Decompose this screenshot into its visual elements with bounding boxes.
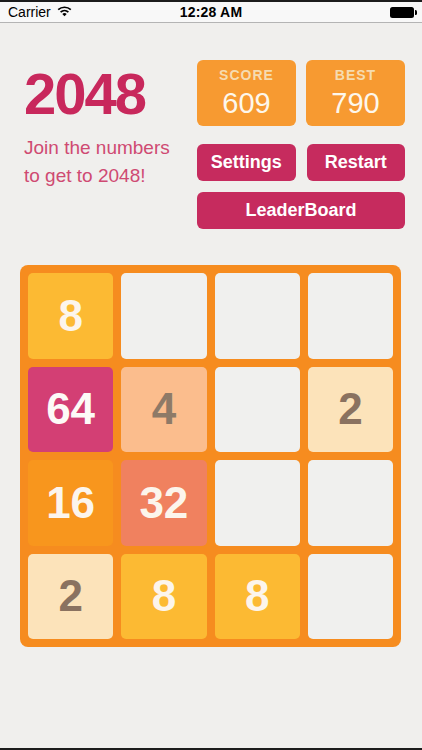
leaderboard-button[interactable]: LeaderBoard — [197, 192, 405, 229]
tile-8-r4c2: 8 — [121, 554, 206, 640]
tagline: Join the numbers to get to 2048! — [24, 134, 170, 190]
score-value: 609 — [222, 87, 270, 120]
best-box: BEST 790 — [306, 60, 405, 126]
tagline-line1: Join the numbers — [24, 134, 170, 162]
tile-8-r1c1: 8 — [28, 273, 113, 359]
header-controls: SCORE 609 BEST 790 Settings Restart Lead… — [197, 60, 405, 229]
best-value: 790 — [331, 87, 379, 120]
empty-cell-r4c4 — [308, 554, 393, 640]
wifi-icon — [56, 6, 73, 18]
tile-2-r2c4: 2 — [308, 367, 393, 453]
tagline-line2: to get to 2048! — [24, 162, 170, 190]
tile-2-r4c1: 2 — [28, 554, 113, 640]
clock: 12:28 AM — [138, 4, 284, 20]
carrier-label: Carrier — [8, 4, 51, 20]
best-label: BEST — [335, 67, 376, 83]
battery-icon — [390, 7, 414, 18]
tile-16-r3c1: 16 — [28, 460, 113, 546]
restart-button[interactable]: Restart — [307, 144, 406, 181]
score-box: SCORE 609 — [197, 60, 296, 126]
empty-cell-r2c3 — [215, 367, 300, 453]
tile-4-r2c2: 4 — [121, 367, 206, 453]
tile-8-r4c3: 8 — [215, 554, 300, 640]
score-label: SCORE — [219, 67, 274, 83]
tile-32-r3c2: 32 — [121, 460, 206, 546]
empty-cell-r1c3 — [215, 273, 300, 359]
tile-64-r2c1: 64 — [28, 367, 113, 453]
game-board[interactable]: 864421632288 — [20, 265, 401, 647]
status-bar: Carrier 12:28 AM — [0, 2, 422, 23]
empty-cell-r3c4 — [308, 460, 393, 546]
settings-button[interactable]: Settings — [197, 144, 296, 181]
page-title: 2048 — [24, 60, 145, 127]
empty-cell-r1c2 — [121, 273, 206, 359]
empty-cell-r1c4 — [308, 273, 393, 359]
empty-cell-r3c3 — [215, 460, 300, 546]
